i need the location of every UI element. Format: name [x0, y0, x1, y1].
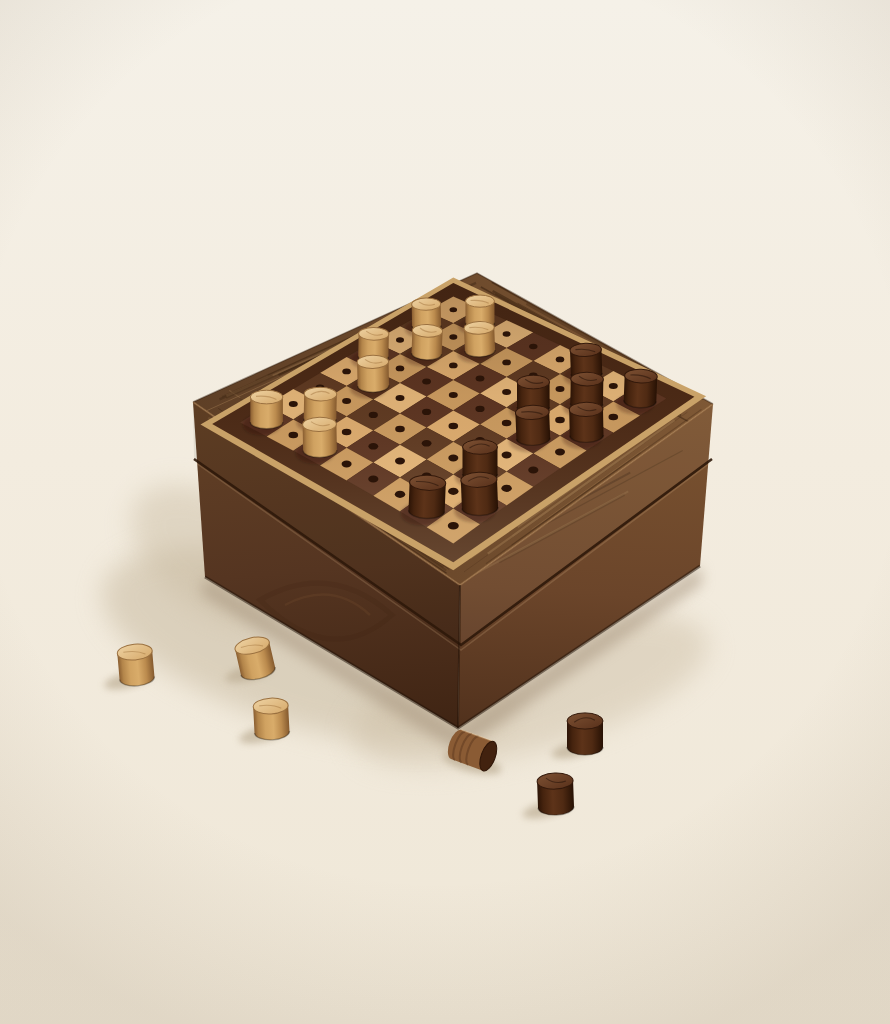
peg-dark-r0c7[interactable] — [623, 369, 657, 409]
hole-r2c0 — [396, 337, 404, 342]
hole-r7c7 — [448, 522, 459, 530]
peg-dark-r7c6[interactable] — [408, 474, 446, 519]
peg-top-face — [359, 327, 389, 340]
hole-r6c2 — [342, 429, 352, 435]
hole-r6c0 — [289, 401, 298, 407]
hole-r5c4 — [422, 440, 432, 447]
peg-light-r1c2[interactable] — [464, 321, 496, 357]
hole-r3c3 — [449, 392, 458, 398]
hole-r6c3 — [368, 443, 378, 450]
peg-light-r2c1[interactable] — [411, 324, 443, 360]
peg-light-r4c1[interactable] — [357, 355, 389, 393]
hole-r6c4 — [395, 458, 405, 465]
hole-r1c5 — [556, 386, 565, 392]
peg-dark-table-6[interactable] — [537, 772, 574, 815]
hole-r5c1 — [342, 398, 351, 404]
hole-r3c1 — [396, 366, 405, 372]
hole-r1c7 — [609, 414, 619, 420]
hole-r2c4 — [502, 389, 511, 395]
hole-r1c1 — [449, 334, 457, 339]
peg-top-face — [304, 387, 337, 401]
scene-svg — [0, 0, 890, 1024]
hole-r0c6 — [609, 383, 618, 389]
hole-r4c7 — [528, 467, 538, 474]
peg-light-r7c0[interactable] — [250, 390, 283, 429]
peg-light-table-1[interactable] — [117, 643, 156, 688]
hole-r1c3 — [502, 360, 511, 366]
hole-r0c2 — [503, 331, 511, 336]
hole-r5c5 — [448, 455, 458, 462]
peg-dark-table-5[interactable] — [567, 713, 603, 755]
peg-top-face — [463, 440, 498, 455]
hole-r7c3 — [342, 461, 352, 468]
hole-r5c2 — [369, 412, 378, 418]
peg-top-face — [412, 298, 441, 311]
hole-r4c4 — [449, 423, 459, 429]
hole-r4c3 — [422, 409, 431, 415]
hole-r5c3 — [395, 426, 405, 432]
hole-r3c2 — [422, 379, 431, 385]
hole-r7c4 — [368, 476, 378, 483]
hole-r4c2 — [396, 395, 405, 401]
hole-r3c7 — [555, 449, 565, 456]
hole-r0c0 — [450, 307, 458, 312]
hole-r2c2 — [449, 363, 458, 369]
peg-top-face — [567, 713, 603, 729]
peg-top-face — [357, 355, 389, 369]
peg-top-face — [517, 375, 550, 389]
peg-dark-r6c7[interactable] — [461, 471, 499, 516]
product-photo-stage — [0, 0, 890, 1024]
peg-light-table-3[interactable] — [253, 697, 290, 741]
hole-r7c5 — [395, 491, 405, 498]
peg-top-face — [302, 417, 336, 432]
peg-top-face — [569, 402, 603, 417]
peg-light-r7c2[interactable] — [302, 417, 337, 458]
peg-dark-r3c6[interactable] — [515, 405, 550, 446]
peg-top-face — [571, 372, 604, 386]
hole-r0c4 — [556, 357, 565, 363]
hole-r0c3 — [529, 344, 537, 350]
hole-r2c6 — [555, 417, 565, 423]
hole-r3c4 — [475, 406, 484, 412]
hole-r6c6 — [448, 488, 458, 495]
hole-r2c3 — [476, 376, 485, 382]
hole-r4c6 — [502, 452, 512, 459]
hole-r7c1 — [289, 432, 299, 438]
hole-r3c5 — [502, 420, 512, 426]
hole-r4c0 — [342, 369, 351, 375]
peg-dark-r2c7[interactable] — [569, 402, 604, 443]
hole-r5c7 — [501, 485, 511, 492]
